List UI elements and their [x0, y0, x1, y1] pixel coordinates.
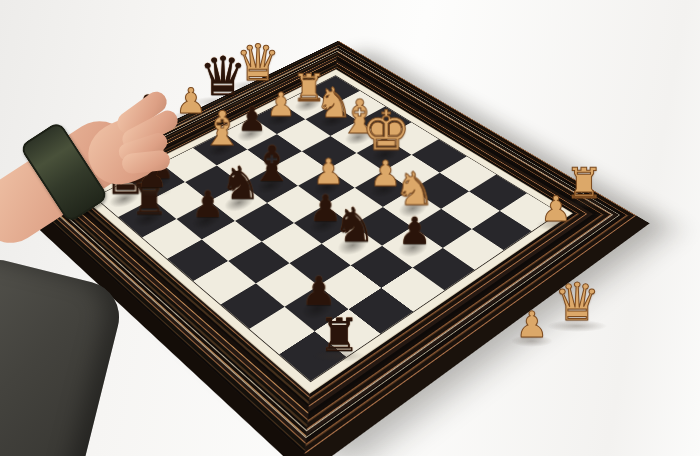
- captured-white-pawn[interactable]: ♟: [175, 84, 206, 119]
- captured-white-queen[interactable]: ♛: [236, 38, 281, 88]
- captured-black-rook[interactable]: ♜: [318, 312, 359, 358]
- captured-white-pawn[interactable]: ♟: [540, 192, 571, 227]
- captured-white-pawn[interactable]: ♟: [516, 307, 548, 343]
- photo-chess-scene: { "game": "chess", "scene_description": …: [0, 0, 700, 456]
- captured-white-queen[interactable]: ♛: [554, 276, 601, 328]
